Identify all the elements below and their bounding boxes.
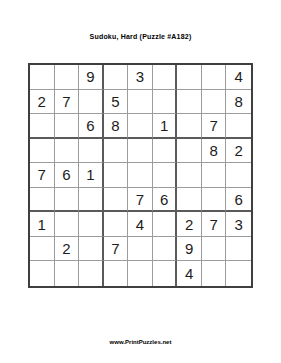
cell-r5c5-empty [128,163,153,188]
cell-r9c5-empty [128,261,153,286]
cell-r4c3-empty [79,139,104,164]
cell-r6c8-empty [202,188,227,213]
cell-r7c9-given: 3 [226,212,251,237]
cell-r8c5-empty [128,237,153,262]
cell-r9c4-empty [104,261,129,286]
cell-r7c8-given: 7 [202,212,227,237]
cell-r2c1-given: 2 [30,90,55,115]
cell-r9c2-empty [55,261,80,286]
cell-r5c2-given: 6 [55,163,80,188]
cell-r7c3-empty [79,212,104,237]
cell-r8c3-empty [79,237,104,262]
cell-r7c6-empty [153,212,178,237]
cell-r1c8-empty [202,65,227,90]
cell-r6c1-empty [30,188,55,213]
cell-r9c8-empty [202,261,227,286]
cell-r9c7-given: 4 [177,261,202,286]
cell-r6c7-empty [177,188,202,213]
cell-r3c8-given: 7 [202,114,227,139]
cell-r4c7-empty [177,139,202,164]
cell-r3c1-empty [30,114,55,139]
cell-r6c4-empty [104,188,129,213]
cell-r1c1-empty [30,65,55,90]
cell-r8c4-given: 7 [104,237,129,262]
cell-r8c8-empty [202,237,227,262]
cell-r4c9-given: 2 [226,139,251,164]
cell-r8c7-given: 9 [177,237,202,262]
cell-r3c5-empty [128,114,153,139]
cell-r4c8-given: 8 [202,139,227,164]
cell-r4c2-empty [55,139,80,164]
sudoku-board: 9342758681782761766142732794 [28,63,253,288]
cell-r9c3-empty [79,261,104,286]
cell-r5c9-empty [226,163,251,188]
cell-r2c8-empty [202,90,227,115]
sudoku-page: Sudoku, Hard (Puzzle #A182) 934275868178… [0,0,281,363]
cell-r1c9-given: 4 [226,65,251,90]
cell-r6c3-empty [79,188,104,213]
cell-r8c1-empty [30,237,55,262]
cell-r4c6-empty [153,139,178,164]
cell-r8c9-empty [226,237,251,262]
cell-r2c7-empty [177,90,202,115]
cell-r2c2-given: 7 [55,90,80,115]
cell-r5c7-empty [177,163,202,188]
cell-r4c5-empty [128,139,153,164]
cell-r7c1-given: 1 [30,212,55,237]
cell-r1c4-empty [104,65,129,90]
cell-r6c2-empty [55,188,80,213]
cell-r4c4-empty [104,139,129,164]
cell-r9c1-empty [30,261,55,286]
cell-r2c3-empty [79,90,104,115]
cell-r7c7-given: 2 [177,212,202,237]
cell-r8c6-empty [153,237,178,262]
cell-r1c3-given: 9 [79,65,104,90]
cell-r5c1-given: 7 [30,163,55,188]
cell-r1c7-empty [177,65,202,90]
cell-r9c9-given [226,261,251,286]
cell-r2c6-empty [153,90,178,115]
cell-r6c9-given: 6 [226,188,251,213]
cell-r5c4-empty [104,163,129,188]
cell-r7c4-empty [104,212,129,237]
cell-r7c5-given: 4 [128,212,153,237]
cell-r2c9-given: 8 [226,90,251,115]
cell-r5c3-given: 1 [79,163,104,188]
cell-r4c1-empty [30,139,55,164]
cell-r1c5-given: 3 [128,65,153,90]
cell-r7c2-empty [55,212,80,237]
cell-r2c4-given: 5 [104,90,129,115]
cell-r2c5-empty [128,90,153,115]
footer-url: www.PrintPuzzles.net [0,339,281,345]
cell-r6c6-given: 6 [153,188,178,213]
page-title: Sudoku, Hard (Puzzle #A182) [0,33,281,40]
cell-r1c2-empty [55,65,80,90]
cell-r3c4-given: 8 [104,114,129,139]
cell-r5c6-empty [153,163,178,188]
cell-r6c5-given: 7 [128,188,153,213]
cell-r3c6-given: 1 [153,114,178,139]
cell-r5c8-empty [202,163,227,188]
cell-r3c3-given: 6 [79,114,104,139]
cell-r3c7-empty [177,114,202,139]
cell-r1c6-empty [153,65,178,90]
cell-r3c2-empty [55,114,80,139]
cell-r8c2-given: 2 [55,237,80,262]
cell-r3c9-empty [226,114,251,139]
cell-r9c6-empty [153,261,178,286]
